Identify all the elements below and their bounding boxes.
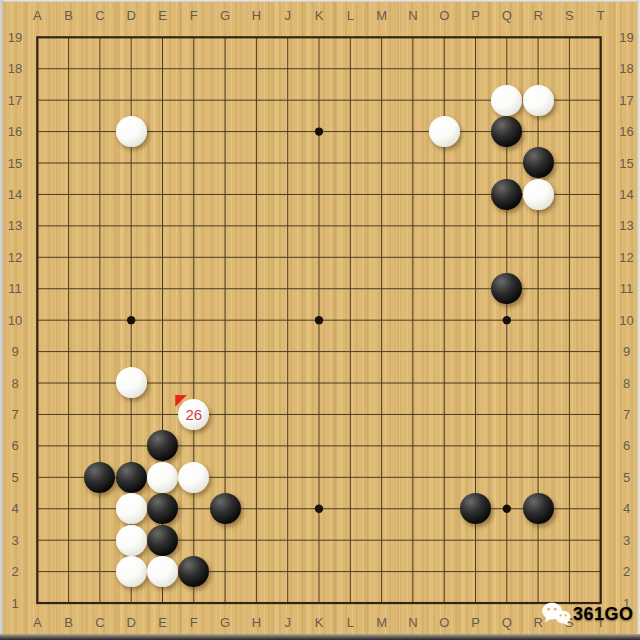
- black-stone-E4: [147, 493, 178, 524]
- coord-right-8: 8: [614, 376, 640, 391]
- coord-right-19: 19: [614, 30, 640, 45]
- coord-right-14: 14: [614, 187, 640, 202]
- black-stone-E3: [147, 525, 178, 556]
- black-stone-E6: [147, 430, 178, 461]
- white-stone-D2: [116, 556, 147, 587]
- white-stone-F7: 26: [178, 399, 209, 430]
- white-stone-F5: [178, 462, 209, 493]
- white-stone-Q17: [491, 85, 522, 116]
- white-stone-D4: [116, 493, 147, 524]
- black-stone-Q16: [491, 116, 522, 147]
- white-stone-R17: [523, 85, 554, 116]
- black-stone-C5: [84, 462, 115, 493]
- board-intersections[interactable]: 26: [22, 22, 617, 619]
- wechat-icon: [541, 601, 571, 627]
- coord-right-17: 17: [614, 93, 640, 108]
- black-stone-Q14: [491, 179, 522, 210]
- frame-bottom-edge: [0, 634, 640, 640]
- black-stone-D5: [116, 462, 147, 493]
- coord-right-10: 10: [614, 313, 640, 328]
- coord-right-11: 11: [614, 281, 640, 296]
- watermark-text: 361GO: [573, 604, 634, 625]
- black-stone-P4: [460, 493, 491, 524]
- white-stone-E5: [147, 462, 178, 493]
- white-stone-E2: [147, 556, 178, 587]
- white-stone-O16: [429, 116, 460, 147]
- coord-right-4: 4: [614, 501, 640, 516]
- coord-right-3: 3: [614, 533, 640, 548]
- coord-right-9: 9: [614, 344, 640, 359]
- black-stone-F2: [178, 556, 209, 587]
- watermark: 361GO: [541, 601, 634, 627]
- black-stone-R15: [523, 147, 554, 178]
- coord-right-7: 7: [614, 407, 640, 422]
- white-stone-D16: [116, 116, 147, 147]
- black-stone-R4: [523, 493, 554, 524]
- coord-right-15: 15: [614, 156, 640, 171]
- coord-right-5: 5: [614, 470, 640, 485]
- coord-right-2: 2: [614, 564, 640, 579]
- coord-right-18: 18: [614, 61, 640, 76]
- coord-right-6: 6: [614, 438, 640, 453]
- white-stone-D8: [116, 367, 147, 398]
- white-stone-D3: [116, 525, 147, 556]
- coord-right-13: 13: [614, 218, 640, 233]
- black-stone-Q11: [491, 273, 522, 304]
- last-move-number-label: 26: [178, 399, 209, 430]
- white-stone-R14: [523, 179, 554, 210]
- coord-right-12: 12: [614, 250, 640, 265]
- black-stone-G4: [210, 493, 241, 524]
- frame-left-edge: [0, 0, 3, 640]
- coord-right-16: 16: [614, 124, 640, 139]
- frame-top-edge: [0, 0, 640, 2]
- go-board-diagram: AABBCCDDEEFFGGHHJJKKLLMMNNOOPPQQRRSSTT19…: [0, 0, 640, 640]
